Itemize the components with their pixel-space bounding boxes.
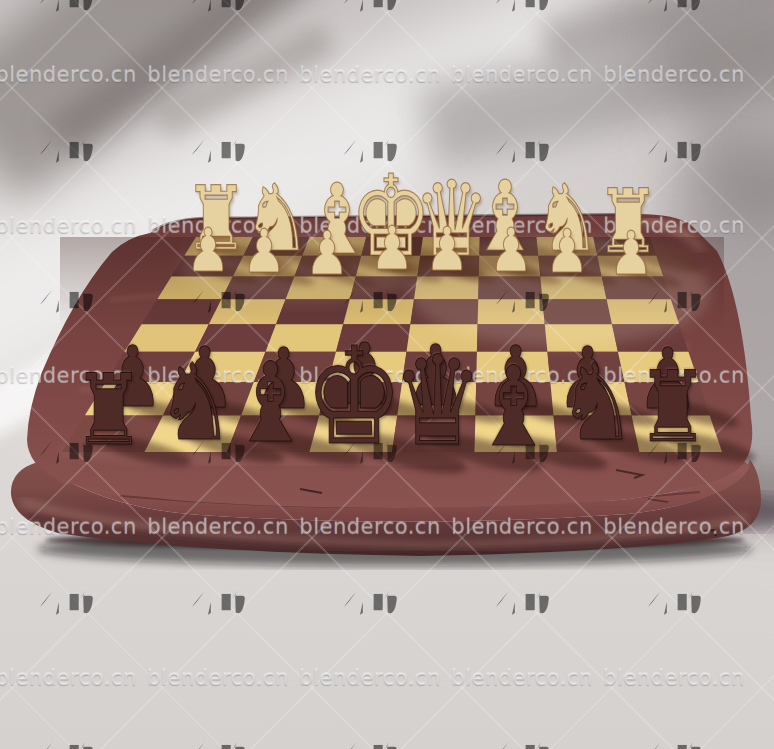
chess-board (0, 0, 774, 749)
specular-highlight (180, 232, 420, 304)
square-d6 (402, 352, 477, 382)
specular-highlight (410, 237, 710, 347)
square-b8 (554, 415, 640, 452)
square-a8 (632, 415, 722, 452)
square-c6 (476, 352, 550, 382)
square-f7 (241, 382, 328, 415)
square-f8 (227, 415, 319, 452)
square-f6 (254, 352, 336, 382)
square-b6 (547, 352, 624, 382)
square-a7 (625, 382, 710, 415)
square-d8 (392, 415, 475, 452)
square-c7 (475, 382, 553, 415)
square-d7 (397, 382, 476, 415)
square-a6 (618, 352, 699, 382)
square-b7 (550, 382, 631, 415)
square-e7 (319, 382, 402, 415)
scene: ♜♞♝♚♛♝♞♜♟♟♟♟♟♟♟♟♟♟♟♟♟♟♟♟♜♞♝♚♛♝♞♜ (0, 0, 774, 749)
square-e6 (328, 352, 407, 382)
square-c8 (475, 415, 558, 452)
square-e8 (310, 415, 398, 452)
